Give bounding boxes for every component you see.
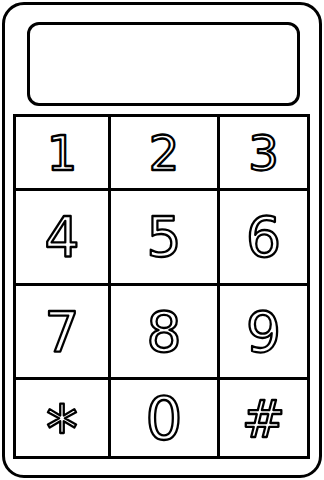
key-9-glyph: 9: [246, 300, 281, 364]
key-0[interactable]: 0: [111, 380, 220, 456]
key-2[interactable]: 2: [111, 117, 220, 191]
key-3-glyph-svg: 3: [220, 117, 307, 188]
key-9[interactable]: 9: [220, 286, 307, 380]
key-star[interactable]: *: [16, 380, 111, 456]
display-screen: [27, 22, 300, 106]
key-7-glyph: 7: [45, 300, 80, 364]
key-0-glyph-svg: 0: [111, 380, 217, 456]
key-7-glyph-svg: 7: [16, 286, 108, 377]
key-6[interactable]: 6: [220, 191, 307, 286]
keypad-drawing: 1 2 3 4 5 6: [0, 0, 324, 480]
key-1-glyph-svg: 1: [16, 117, 108, 188]
key-hash-glyph-svg: #: [220, 380, 307, 456]
key-star-glyph-svg: *: [16, 380, 108, 456]
key-2-glyph-svg: 2: [111, 117, 217, 188]
key-8[interactable]: 8: [111, 286, 220, 380]
keypad-grid: 1 2 3 4 5 6: [13, 114, 310, 459]
key-8-glyph: 8: [147, 300, 182, 364]
key-3-glyph: 3: [248, 125, 279, 181]
key-3[interactable]: 3: [220, 117, 307, 191]
key-9-glyph-svg: 9: [220, 286, 307, 377]
key-0-glyph: 0: [146, 385, 183, 453]
key-4-glyph: 4: [45, 205, 80, 269]
key-1[interactable]: 1: [16, 117, 111, 191]
key-4-glyph-svg: 4: [16, 191, 108, 283]
key-hash-glyph: #: [242, 389, 286, 449]
key-star-glyph: *: [46, 392, 78, 456]
key-6-glyph-svg: 6: [220, 191, 307, 283]
key-4[interactable]: 4: [16, 191, 111, 286]
key-1-glyph: 1: [47, 125, 78, 181]
key-6-glyph: 6: [246, 205, 281, 269]
key-7[interactable]: 7: [16, 286, 111, 380]
key-5-glyph-svg: 5: [111, 191, 217, 283]
key-8-glyph-svg: 8: [111, 286, 217, 377]
key-5[interactable]: 5: [111, 191, 220, 286]
key-hash[interactable]: #: [220, 380, 307, 456]
key-5-glyph: 5: [147, 205, 182, 269]
key-2-glyph: 2: [149, 125, 180, 181]
